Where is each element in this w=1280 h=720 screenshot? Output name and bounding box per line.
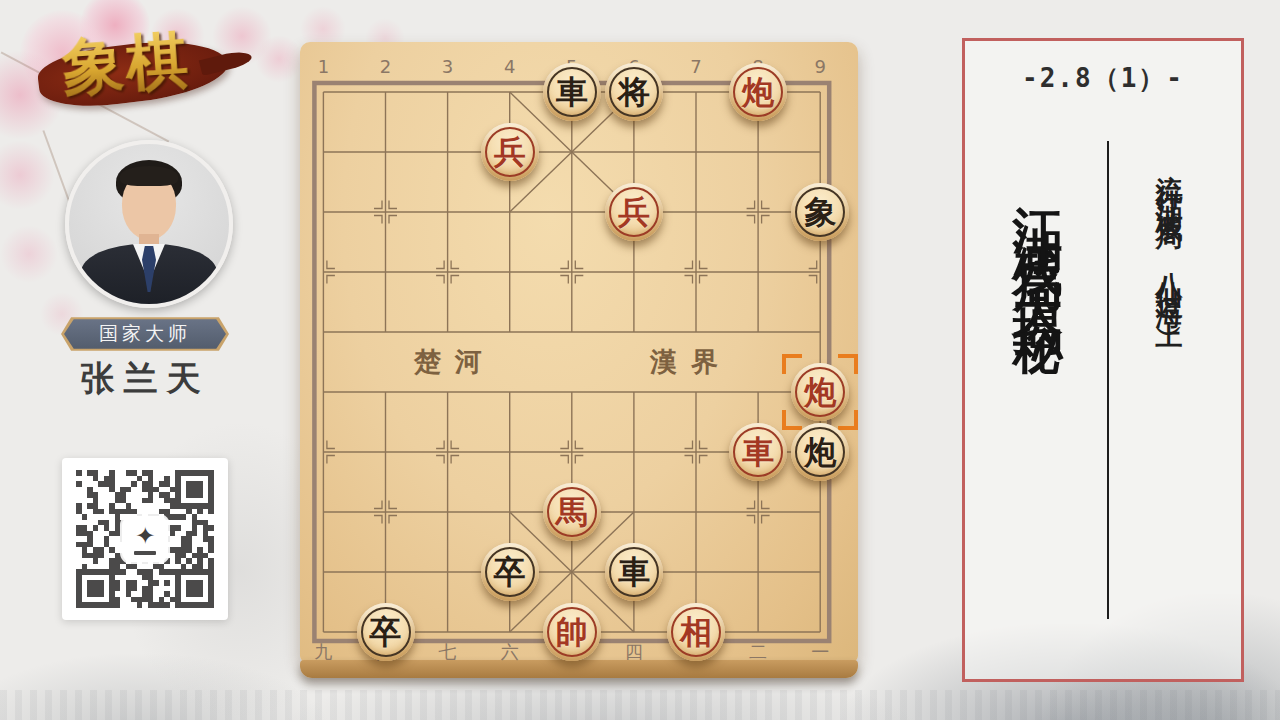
file-label-top-4: 4	[497, 56, 523, 77]
river-label-right: 漢界	[621, 344, 761, 380]
info-panel: -2.8（1）- 江湖残局大揭秘 流行江湖残局—八仙过海（上）	[962, 38, 1244, 682]
file-label-top-9: 9	[807, 56, 833, 77]
file-label-bottom-4: 六	[497, 640, 523, 664]
file-label-bottom-1: 九	[310, 640, 336, 664]
mountain-wash-decoration	[0, 654, 330, 720]
episode-subtitle: 流行江湖残局—八仙过海（上）	[1151, 153, 1187, 320]
qr-code-card: ✦	[62, 458, 228, 620]
app-logo: 天天 象棋	[22, 4, 240, 114]
file-label-top-7: 7	[683, 56, 709, 77]
piece-black-general[interactable]: 将	[605, 63, 663, 121]
piece-black-chariot[interactable]: 車	[605, 543, 663, 601]
avatar-fringe	[120, 166, 178, 186]
piece-red-chariot[interactable]: 車	[729, 423, 787, 481]
piece-red-soldier[interactable]: 兵	[481, 123, 539, 181]
piece-black-chariot[interactable]: 車	[543, 63, 601, 121]
presenter-name: 张兰天	[45, 356, 245, 402]
xiangqi-board[interactable]: 楚河 漢界 123456789九八七六五四三二一車将炮兵兵象炮車炮馬卒車卒帥相	[300, 42, 858, 662]
piece-black-cannon[interactable]: 炮	[791, 423, 849, 481]
piece-red-cannon[interactable]: 炮	[729, 63, 787, 121]
file-label-top-2: 2	[373, 56, 399, 77]
qr-center-logo: ✦	[122, 516, 168, 562]
panel-divider	[1107, 141, 1109, 619]
piece-red-soldier[interactable]: 兵	[605, 183, 663, 241]
badge-label: 国家大师	[99, 321, 191, 347]
qr-code: ✦	[76, 470, 214, 608]
file-label-bottom-8: 二	[745, 640, 771, 664]
piece-red-general[interactable]: 帥	[543, 603, 601, 661]
episode-label: -2.8（1）-	[965, 61, 1241, 96]
presenter-avatar	[65, 140, 233, 308]
piece-red-cannon[interactable]: 炮	[791, 363, 849, 421]
piece-black-soldier[interactable]: 卒	[481, 543, 539, 601]
plum-blossom-decoration	[255, 35, 303, 83]
master-title-badge: 国家大师	[61, 315, 229, 353]
file-label-bottom-6: 四	[621, 640, 647, 664]
qr-logo-text-bar	[134, 551, 156, 555]
ink-grain-decoration	[0, 690, 1280, 720]
sparkle-icon: ✦	[135, 524, 155, 548]
piece-red-horse[interactable]: 馬	[543, 483, 601, 541]
river-label-left: 楚河	[385, 344, 525, 380]
page-background: 天天 象棋 国家大师 张兰天 ✦ 楚河 漢界 123456789九八七六五四三二…	[0, 0, 1280, 720]
plum-blossom-decoration	[0, 225, 58, 283]
file-label-bottom-9: 一	[807, 640, 833, 664]
plum-blossom-decoration	[0, 140, 55, 210]
file-label-bottom-3: 七	[435, 640, 461, 664]
series-title: 江湖残局大揭秘	[1005, 167, 1072, 307]
piece-black-elephant[interactable]: 象	[791, 183, 849, 241]
piece-black-soldier[interactable]: 卒	[357, 603, 415, 661]
piece-red-elephant[interactable]: 相	[667, 603, 725, 661]
logo-main-text: 象棋	[59, 18, 193, 111]
file-label-top-3: 3	[435, 56, 461, 77]
file-label-top-1: 1	[310, 56, 336, 77]
board-grid	[300, 42, 858, 662]
